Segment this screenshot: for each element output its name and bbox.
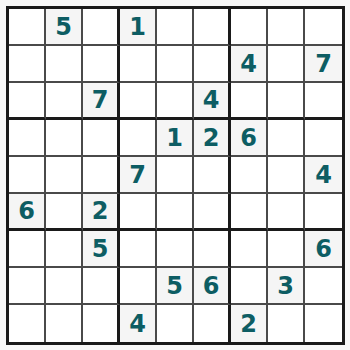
cell-r7c6[interactable] bbox=[194, 231, 231, 268]
sudoku-board: 51477412674625656342 bbox=[6, 6, 345, 345]
cell-r3c6-given[interactable]: 4 bbox=[194, 83, 231, 120]
cell-r4c1[interactable] bbox=[9, 120, 46, 157]
sudoku-board-container: 51477412674625656342 bbox=[6, 6, 345, 345]
cell-r3c3-given[interactable]: 7 bbox=[83, 83, 120, 120]
cell-r9c8[interactable] bbox=[268, 305, 305, 342]
cell-r3c5[interactable] bbox=[157, 83, 194, 120]
cell-r1c8[interactable] bbox=[268, 9, 305, 46]
cell-r2c2[interactable] bbox=[46, 46, 83, 83]
cell-r5c1[interactable] bbox=[9, 157, 46, 194]
cell-r3c1[interactable] bbox=[9, 83, 46, 120]
cell-r1c3[interactable] bbox=[83, 9, 120, 46]
cell-r5c9-given[interactable]: 4 bbox=[305, 157, 342, 194]
cell-r6c1-given[interactable]: 6 bbox=[9, 194, 46, 231]
cell-r4c6-given[interactable]: 2 bbox=[194, 120, 231, 157]
cell-r7c4[interactable] bbox=[120, 231, 157, 268]
cell-r5c7[interactable] bbox=[231, 157, 268, 194]
cell-r4c2[interactable] bbox=[46, 120, 83, 157]
cell-r3c4[interactable] bbox=[120, 83, 157, 120]
cell-r6c7[interactable] bbox=[231, 194, 268, 231]
cell-r8c3[interactable] bbox=[83, 268, 120, 305]
cell-r1c5[interactable] bbox=[157, 9, 194, 46]
cell-r6c9[interactable] bbox=[305, 194, 342, 231]
cell-r4c7-given[interactable]: 6 bbox=[231, 120, 268, 157]
cell-r7c7[interactable] bbox=[231, 231, 268, 268]
cell-r2c8[interactable] bbox=[268, 46, 305, 83]
cell-r8c6-given[interactable]: 6 bbox=[194, 268, 231, 305]
cell-r3c9[interactable] bbox=[305, 83, 342, 120]
cell-r6c2[interactable] bbox=[46, 194, 83, 231]
cell-r6c6[interactable] bbox=[194, 194, 231, 231]
cell-r9c4-given[interactable]: 4 bbox=[120, 305, 157, 342]
cell-r9c5[interactable] bbox=[157, 305, 194, 342]
cell-r6c4[interactable] bbox=[120, 194, 157, 231]
cell-r4c5-given[interactable]: 1 bbox=[157, 120, 194, 157]
cell-r4c3[interactable] bbox=[83, 120, 120, 157]
cell-r8c1[interactable] bbox=[9, 268, 46, 305]
cell-r1c4-given[interactable]: 1 bbox=[120, 9, 157, 46]
cell-r6c8[interactable] bbox=[268, 194, 305, 231]
cell-r9c9[interactable] bbox=[305, 305, 342, 342]
cell-r4c9[interactable] bbox=[305, 120, 342, 157]
cell-r3c2[interactable] bbox=[46, 83, 83, 120]
cell-r5c6[interactable] bbox=[194, 157, 231, 194]
cell-r9c7-given[interactable]: 2 bbox=[231, 305, 268, 342]
cell-r5c2[interactable] bbox=[46, 157, 83, 194]
cell-r7c8[interactable] bbox=[268, 231, 305, 268]
cell-r1c1[interactable] bbox=[9, 9, 46, 46]
cell-r2c4[interactable] bbox=[120, 46, 157, 83]
cell-r7c9-given[interactable]: 6 bbox=[305, 231, 342, 268]
cell-r2c9-given[interactable]: 7 bbox=[305, 46, 342, 83]
cell-r2c1[interactable] bbox=[9, 46, 46, 83]
cell-r1c7[interactable] bbox=[231, 9, 268, 46]
cell-r8c4[interactable] bbox=[120, 268, 157, 305]
cell-r2c3[interactable] bbox=[83, 46, 120, 83]
cell-r9c1[interactable] bbox=[9, 305, 46, 342]
cell-r5c8[interactable] bbox=[268, 157, 305, 194]
cell-r8c9[interactable] bbox=[305, 268, 342, 305]
cell-r8c2[interactable] bbox=[46, 268, 83, 305]
cell-r9c2[interactable] bbox=[46, 305, 83, 342]
cell-r5c5[interactable] bbox=[157, 157, 194, 194]
cell-r1c9[interactable] bbox=[305, 9, 342, 46]
cell-r5c4-given[interactable]: 7 bbox=[120, 157, 157, 194]
cell-r8c7[interactable] bbox=[231, 268, 268, 305]
cell-r9c6[interactable] bbox=[194, 305, 231, 342]
cell-r7c5[interactable] bbox=[157, 231, 194, 268]
cell-r7c1[interactable] bbox=[9, 231, 46, 268]
cell-r4c4[interactable] bbox=[120, 120, 157, 157]
cell-r7c2[interactable] bbox=[46, 231, 83, 268]
cell-r3c7[interactable] bbox=[231, 83, 268, 120]
cell-r2c6[interactable] bbox=[194, 46, 231, 83]
cell-r7c3-given[interactable]: 5 bbox=[83, 231, 120, 268]
cell-r1c2-given[interactable]: 5 bbox=[46, 9, 83, 46]
cell-r9c3[interactable] bbox=[83, 305, 120, 342]
cell-r6c5[interactable] bbox=[157, 194, 194, 231]
cell-r4c8[interactable] bbox=[268, 120, 305, 157]
cell-r8c5-given[interactable]: 5 bbox=[157, 268, 194, 305]
cell-r5c3[interactable] bbox=[83, 157, 120, 194]
cell-r2c7-given[interactable]: 4 bbox=[231, 46, 268, 83]
cell-r3c8[interactable] bbox=[268, 83, 305, 120]
cell-r1c6[interactable] bbox=[194, 9, 231, 46]
cell-r8c8-given[interactable]: 3 bbox=[268, 268, 305, 305]
cell-r6c3-given[interactable]: 2 bbox=[83, 194, 120, 231]
cell-r2c5[interactable] bbox=[157, 46, 194, 83]
